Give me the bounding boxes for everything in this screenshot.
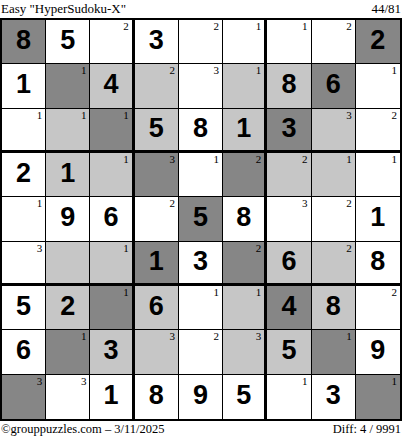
- cell-r7c5[interactable]: 1: [179, 286, 223, 330]
- pencil-mark: 1: [346, 153, 352, 166]
- cell-r7c8[interactable]: 8: [312, 286, 356, 330]
- cell-r1c1[interactable]: 8: [2, 20, 46, 64]
- pencil-mark: 1: [302, 20, 308, 33]
- cell-value: 8: [236, 204, 251, 231]
- pencil-mark: 1: [214, 153, 220, 166]
- cell-value: 2: [16, 160, 31, 187]
- cell-r8c2[interactable]: 1: [46, 330, 90, 374]
- cell-r9c5[interactable]: 9: [179, 375, 223, 419]
- cell-r7c9[interactable]: 2: [356, 286, 400, 330]
- cell-value: 6: [326, 71, 341, 98]
- pencil-mark: 3: [81, 375, 87, 388]
- cell-r5c1[interactable]: 1: [2, 197, 46, 241]
- cell-value: 3: [104, 337, 119, 364]
- progress-counter: 44/81: [371, 1, 401, 17]
- cell-r5c2[interactable]: 9: [46, 197, 90, 241]
- cell-r5c6[interactable]: 8: [223, 197, 267, 241]
- cell-r2c6[interactable]: 1: [223, 64, 267, 108]
- pencil-mark: 3: [302, 197, 308, 210]
- cell-value: 1: [104, 382, 119, 409]
- pencil-mark: 1: [256, 64, 262, 77]
- cell-r6c1[interactable]: 3: [2, 242, 46, 286]
- pencil-mark: 3: [169, 153, 175, 166]
- pencil-mark: 1: [123, 286, 129, 299]
- cell-value: 6: [104, 204, 119, 231]
- cell-value: 8: [281, 71, 296, 98]
- cell-r1c4[interactable]: 3: [135, 20, 179, 64]
- cell-value: 1: [149, 248, 164, 275]
- cell-r2c9[interactable]: 1: [356, 64, 400, 108]
- cell-r4c3[interactable]: 1: [90, 153, 134, 197]
- cell-value: 8: [193, 115, 208, 142]
- cell-value: 5: [193, 204, 208, 231]
- cell-r9c9[interactable]: 1: [356, 375, 400, 419]
- pencil-mark: 1: [302, 375, 308, 388]
- cell-r7c3[interactable]: 1: [90, 286, 134, 330]
- pencil-mark: 2: [256, 242, 262, 255]
- pencil-mark: 1: [37, 197, 43, 210]
- cell-value: 5: [16, 293, 31, 320]
- pencil-mark: 3: [346, 109, 352, 122]
- cell-value: 9: [60, 204, 75, 231]
- pencil-mark: 2: [346, 197, 352, 210]
- cell-r3c1[interactable]: 1: [2, 109, 46, 153]
- cell-r9c7[interactable]: 1: [267, 375, 311, 419]
- cell-r4c2[interactable]: 1: [46, 153, 90, 197]
- cell-value: 4: [104, 71, 119, 98]
- sudoku-board: 8523211221142318611115813322113122111962…: [0, 18, 402, 421]
- cell-r9c6[interactable]: 5: [223, 375, 267, 419]
- cell-r8c1[interactable]: 6: [2, 330, 46, 374]
- pencil-mark: 1: [256, 20, 262, 33]
- pencil-mark: 3: [37, 375, 43, 388]
- cell-r9c4[interactable]: 8: [135, 375, 179, 419]
- pencil-mark: 1: [123, 109, 129, 122]
- pencil-mark: 3: [37, 242, 43, 255]
- cell-r9c8[interactable]: 3: [312, 375, 356, 419]
- cell-value: 5: [281, 337, 296, 364]
- cell-r8c8[interactable]: 1: [312, 330, 356, 374]
- cell-r4c5[interactable]: 1: [179, 153, 223, 197]
- pencil-mark: 1: [256, 286, 262, 299]
- cell-r4c1[interactable]: 2: [2, 153, 46, 197]
- cell-r2c4[interactable]: 2: [135, 64, 179, 108]
- cell-value: 8: [149, 382, 164, 409]
- pencil-mark: 2: [346, 242, 352, 255]
- pencil-mark: 2: [214, 20, 220, 33]
- cell-r7c6[interactable]: 1: [223, 286, 267, 330]
- pencil-mark: 1: [81, 64, 87, 77]
- cell-value: 1: [16, 71, 31, 98]
- cell-r3c8[interactable]: 3: [312, 109, 356, 153]
- pencil-mark: 2: [123, 20, 129, 33]
- cell-r5c9[interactable]: 1: [356, 197, 400, 241]
- pencil-mark: 2: [302, 153, 308, 166]
- puzzle-title: Easy "HyperSudoku-X": [1, 1, 126, 17]
- pencil-mark: 1: [123, 153, 129, 166]
- cell-r1c9[interactable]: 2: [356, 20, 400, 64]
- cell-value: 8: [370, 248, 385, 275]
- pencil-mark: 2: [391, 286, 397, 299]
- cell-r6c3[interactable]: 1: [90, 242, 134, 286]
- cell-r4c7[interactable]: 2: [267, 153, 311, 197]
- cell-r4c8[interactable]: 1: [312, 153, 356, 197]
- cell-value: 3: [281, 115, 296, 142]
- pencil-mark: 2: [256, 153, 262, 166]
- cell-r2c7[interactable]: 8: [267, 64, 311, 108]
- footer: ©grouppuzzles.com – 3/11/2025 Diff: 4 / …: [0, 421, 402, 437]
- cell-r3c2[interactable]: 1: [46, 109, 90, 153]
- cell-r3c3[interactable]: 1: [90, 109, 134, 153]
- difficulty-label: Diff: 4 / 9991: [333, 422, 401, 437]
- cell-r1c2[interactable]: 5: [46, 20, 90, 64]
- cell-value: 6: [149, 293, 164, 320]
- cell-r8c5[interactable]: 2: [179, 330, 223, 374]
- cell-r5c4[interactable]: 2: [135, 197, 179, 241]
- cell-r5c3[interactable]: 6: [90, 197, 134, 241]
- cell-value: 3: [149, 27, 164, 54]
- cell-value: 3: [326, 382, 341, 409]
- pencil-mark: 1: [123, 242, 129, 255]
- cell-value: 9: [370, 337, 385, 364]
- cell-r9c1[interactable]: 3: [2, 375, 46, 419]
- pencil-mark: 1: [346, 330, 352, 343]
- cell-value: 5: [60, 27, 75, 54]
- pencil-mark: 1: [214, 286, 220, 299]
- cell-r6c8[interactable]: 2: [312, 242, 356, 286]
- pencil-mark: 3: [256, 330, 262, 343]
- cell-r1c7[interactable]: 1: [267, 20, 311, 64]
- cell-r1c6[interactable]: 1: [223, 20, 267, 64]
- cell-value: 4: [281, 293, 296, 320]
- pencil-mark: 2: [214, 330, 220, 343]
- cell-r8c4[interactable]: 3: [135, 330, 179, 374]
- pencil-mark: 2: [169, 197, 175, 210]
- cell-r5c8[interactable]: 2: [312, 197, 356, 241]
- cell-r4c6[interactable]: 2: [223, 153, 267, 197]
- cell-r6c9[interactable]: 8: [356, 242, 400, 286]
- cell-r6c7[interactable]: 6: [267, 242, 311, 286]
- cell-r1c5[interactable]: 2: [179, 20, 223, 64]
- cell-r6c4[interactable]: 1: [135, 242, 179, 286]
- cell-r1c8[interactable]: 2: [312, 20, 356, 64]
- cell-r6c5[interactable]: 3: [179, 242, 223, 286]
- cell-r9c3[interactable]: 1: [90, 375, 134, 419]
- cell-r5c5[interactable]: 5: [179, 197, 223, 241]
- cell-r8c3[interactable]: 3: [90, 330, 134, 374]
- copyright-date: ©grouppuzzles.com – 3/11/2025: [1, 422, 165, 437]
- cell-r2c2[interactable]: 1: [46, 64, 90, 108]
- sudoku-grid: 8523211221142318611115813322113122111962…: [2, 20, 400, 419]
- pencil-mark: 1: [391, 375, 397, 388]
- cell-r3c9[interactable]: 2: [356, 109, 400, 153]
- cell-r4c9[interactable]: 1: [356, 153, 400, 197]
- cell-r2c8[interactable]: 6: [312, 64, 356, 108]
- pencil-mark: 3: [214, 64, 220, 77]
- cell-r2c1[interactable]: 1: [2, 64, 46, 108]
- cell-r4c4[interactable]: 3: [135, 153, 179, 197]
- cell-value: 6: [16, 337, 31, 364]
- pencil-mark: 2: [391, 109, 397, 122]
- pencil-mark: 2: [346, 20, 352, 33]
- cell-r6c2[interactable]: [46, 242, 90, 286]
- cell-r3c4[interactable]: 5: [135, 109, 179, 153]
- cell-value: 1: [370, 204, 385, 231]
- cell-r9c2[interactable]: 3: [46, 375, 90, 419]
- cell-r7c7[interactable]: 4: [267, 286, 311, 330]
- pencil-mark: 3: [169, 330, 175, 343]
- cell-r2c3[interactable]: 4: [90, 64, 134, 108]
- pencil-mark: 2: [169, 64, 175, 77]
- cell-r5c7[interactable]: 3: [267, 197, 311, 241]
- cell-value: 1: [236, 115, 251, 142]
- cell-value: 8: [16, 27, 31, 54]
- cell-r7c2[interactable]: 2: [46, 286, 90, 330]
- cell-value: 2: [60, 293, 75, 320]
- cell-value: 5: [236, 382, 251, 409]
- pencil-mark: 1: [37, 109, 43, 122]
- cell-value: 2: [370, 27, 385, 54]
- cell-r3c6[interactable]: 1: [223, 109, 267, 153]
- cell-r7c4[interactable]: 6: [135, 286, 179, 330]
- cell-r3c5[interactable]: 8: [179, 109, 223, 153]
- cell-r7c1[interactable]: 5: [2, 286, 46, 330]
- cell-r8c7[interactable]: 5: [267, 330, 311, 374]
- cell-r8c9[interactable]: 9: [356, 330, 400, 374]
- header: Easy "HyperSudoku-X" 44/81: [0, 0, 402, 18]
- cell-value: 9: [193, 382, 208, 409]
- cell-r3c7[interactable]: 3: [267, 109, 311, 153]
- pencil-mark: 1: [81, 330, 87, 343]
- cell-r8c6[interactable]: 3: [223, 330, 267, 374]
- cell-r6c6[interactable]: 2: [223, 242, 267, 286]
- cell-value: 1: [60, 160, 75, 187]
- cell-r2c5[interactable]: 3: [179, 64, 223, 108]
- pencil-mark: 1: [391, 64, 397, 77]
- cell-value: 3: [193, 248, 208, 275]
- cell-value: 5: [149, 115, 164, 142]
- pencil-mark: 1: [391, 153, 397, 166]
- cell-value: 6: [281, 248, 296, 275]
- pencil-mark: 1: [81, 109, 87, 122]
- cell-r1c3[interactable]: 2: [90, 20, 134, 64]
- cell-value: 8: [326, 293, 341, 320]
